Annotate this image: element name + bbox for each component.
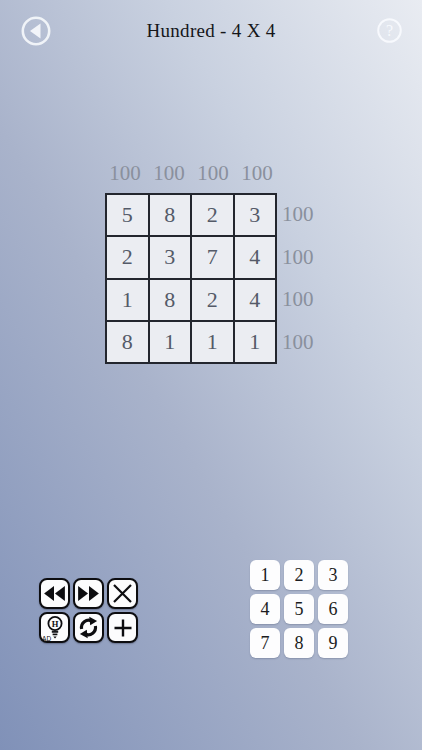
numpad-key-4[interactable]: 4 [250, 594, 280, 624]
col-target-label: 100 [103, 159, 147, 187]
row-targets: 100 100 100 100 [282, 193, 322, 364]
rewind-button[interactable] [39, 578, 70, 609]
numpad-key-5[interactable]: 5 [284, 594, 314, 624]
row-target-label: 100 [282, 279, 322, 322]
hint-button[interactable]: H AD [39, 612, 70, 643]
rewind-icon [43, 585, 66, 602]
board-cell[interactable]: 1 [150, 322, 191, 362]
help-button[interactable]: ? [376, 17, 403, 44]
board-cell[interactable]: 4 [235, 280, 276, 320]
col-target-label: 100 [235, 159, 279, 187]
plus-button[interactable] [107, 612, 138, 643]
board-cell[interactable]: 2 [192, 195, 233, 235]
x-icon [112, 583, 133, 604]
fast-forward-icon [77, 585, 100, 602]
game-screen: Hundred - 4 X 4 ? 100 100 100 100 5 8 2 … [0, 0, 422, 750]
board-cell[interactable]: 3 [150, 237, 191, 277]
board-cell[interactable]: 4 [235, 237, 276, 277]
numpad-key-9[interactable]: 9 [318, 628, 348, 658]
numpad-key-8[interactable]: 8 [284, 628, 314, 658]
page-title: Hundred - 4 X 4 [0, 20, 422, 42]
board-cell[interactable]: 1 [107, 280, 148, 320]
hint-ad-label: AD [42, 635, 51, 642]
board-cell[interactable]: 8 [150, 195, 191, 235]
numpad-key-7[interactable]: 7 [250, 628, 280, 658]
question-mark-circle-icon: ? [376, 17, 403, 44]
plus-icon [113, 618, 133, 638]
board-cell[interactable]: 8 [107, 322, 148, 362]
board-cell[interactable]: 7 [192, 237, 233, 277]
board-cell[interactable]: 2 [107, 237, 148, 277]
delete-button[interactable] [107, 578, 138, 609]
puzzle-board: 5 8 2 3 2 3 7 4 1 8 2 4 8 1 1 1 [105, 193, 277, 364]
row-target-label: 100 [282, 193, 322, 236]
numpad-key-3[interactable]: 3 [318, 560, 348, 590]
row-target-label: 100 [282, 321, 322, 364]
board-cell[interactable]: 1 [235, 322, 276, 362]
board-cell[interactable]: 8 [150, 280, 191, 320]
restart-button[interactable] [73, 612, 104, 643]
column-targets: 100 100 100 100 [103, 159, 279, 187]
numpad-key-6[interactable]: 6 [318, 594, 348, 624]
board-cell[interactable]: 1 [192, 322, 233, 362]
col-target-label: 100 [191, 159, 235, 187]
control-panel: H AD [39, 578, 138, 643]
col-target-label: 100 [147, 159, 191, 187]
fast-forward-button[interactable] [73, 578, 104, 609]
svg-text:?: ? [386, 22, 393, 39]
refresh-icon [77, 616, 100, 639]
board-cell[interactable]: 3 [235, 195, 276, 235]
board-cell[interactable]: 2 [192, 280, 233, 320]
board-cell[interactable]: 5 [107, 195, 148, 235]
numpad-key-1[interactable]: 1 [250, 560, 280, 590]
row-target-label: 100 [282, 236, 322, 279]
svg-text:H: H [51, 619, 58, 629]
numpad: 1 2 3 4 5 6 7 8 9 [250, 560, 348, 658]
numpad-key-2[interactable]: 2 [284, 560, 314, 590]
